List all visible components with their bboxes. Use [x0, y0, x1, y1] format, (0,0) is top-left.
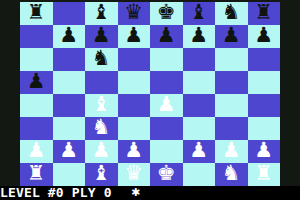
- square-g5[interactable]: [215, 71, 248, 94]
- c64-screen: ♜♝♛♚♝♞♜♟♟♟♟♟♟♟♞♟♝♟♞♟♟♟♟♟♟♟♜♝♛♚♞♜ LEVEL #…: [0, 0, 300, 200]
- status-text: LEVEL #0 PLY 0: [0, 187, 112, 199]
- square-b6[interactable]: [53, 48, 86, 71]
- piece-white-rook: ♜: [254, 163, 273, 185]
- square-h6[interactable]: [248, 48, 281, 71]
- square-f8[interactable]: ♝: [183, 2, 216, 25]
- square-g7[interactable]: ♟: [215, 25, 248, 48]
- square-e4[interactable]: ♟: [150, 94, 183, 117]
- square-f3[interactable]: [183, 117, 216, 140]
- piece-black-knight: ♞: [222, 2, 241, 24]
- square-d2[interactable]: ♟: [118, 140, 151, 163]
- square-e3[interactable]: [150, 117, 183, 140]
- square-b1[interactable]: [53, 163, 86, 186]
- square-c3[interactable]: ♞: [85, 117, 118, 140]
- piece-black-rook: ♜: [27, 2, 46, 24]
- piece-white-queen: ♛: [124, 163, 143, 185]
- square-h1[interactable]: ♜: [248, 163, 281, 186]
- square-c4[interactable]: ♝: [85, 94, 118, 117]
- square-g8[interactable]: ♞: [215, 2, 248, 25]
- piece-white-pawn: ♟: [157, 94, 176, 116]
- square-f7[interactable]: ♟: [183, 25, 216, 48]
- square-f6[interactable]: [183, 48, 216, 71]
- square-b3[interactable]: [53, 117, 86, 140]
- square-b2[interactable]: ♟: [53, 140, 86, 163]
- piece-white-pawn: ♟: [124, 140, 143, 162]
- piece-black-pawn: ♟: [27, 71, 46, 93]
- square-g4[interactable]: [215, 94, 248, 117]
- piece-white-pawn: ♟: [92, 140, 111, 162]
- square-f2[interactable]: ♟: [183, 140, 216, 163]
- square-f1[interactable]: [183, 163, 216, 186]
- square-g6[interactable]: [215, 48, 248, 71]
- piece-white-knight: ♞: [92, 117, 111, 139]
- square-b8[interactable]: [53, 2, 86, 25]
- square-d4[interactable]: [118, 94, 151, 117]
- square-a1[interactable]: ♜: [20, 163, 53, 186]
- piece-black-knight: ♞: [92, 48, 111, 70]
- square-d7[interactable]: ♟: [118, 25, 151, 48]
- square-g1[interactable]: ♞: [215, 163, 248, 186]
- piece-black-pawn: ♟: [59, 25, 78, 47]
- square-d6[interactable]: [118, 48, 151, 71]
- piece-white-king: ♚: [157, 163, 176, 185]
- piece-white-bishop: ♝: [92, 94, 111, 116]
- asterisk-indicator: ✱: [131, 187, 140, 199]
- square-g3[interactable]: [215, 117, 248, 140]
- square-h4[interactable]: [248, 94, 281, 117]
- square-d5[interactable]: [118, 71, 151, 94]
- square-b4[interactable]: [53, 94, 86, 117]
- piece-white-pawn: ♟: [189, 140, 208, 162]
- piece-black-pawn: ♟: [157, 25, 176, 47]
- square-e1[interactable]: ♚: [150, 163, 183, 186]
- square-a3[interactable]: [20, 117, 53, 140]
- square-g2[interactable]: ♟: [215, 140, 248, 163]
- square-h5[interactable]: [248, 71, 281, 94]
- piece-black-bishop: ♝: [189, 2, 208, 24]
- piece-white-bishop: ♝: [92, 163, 111, 185]
- piece-black-pawn: ♟: [222, 25, 241, 47]
- square-a4[interactable]: [20, 94, 53, 117]
- square-e8[interactable]: ♚: [150, 2, 183, 25]
- square-e7[interactable]: ♟: [150, 25, 183, 48]
- square-d1[interactable]: ♛: [118, 163, 151, 186]
- piece-white-pawn: ♟: [222, 140, 241, 162]
- square-f5[interactable]: [183, 71, 216, 94]
- piece-black-pawn: ♟: [189, 25, 208, 47]
- chess-board: ♜♝♛♚♝♞♜♟♟♟♟♟♟♟♞♟♝♟♞♟♟♟♟♟♟♟♜♝♛♚♞♜: [20, 2, 280, 186]
- square-c8[interactable]: ♝: [85, 2, 118, 25]
- piece-black-pawn: ♟: [92, 25, 111, 47]
- piece-white-knight: ♞: [222, 163, 241, 185]
- square-h7[interactable]: ♟: [248, 25, 281, 48]
- square-a6[interactable]: [20, 48, 53, 71]
- square-c2[interactable]: ♟: [85, 140, 118, 163]
- square-d3[interactable]: [118, 117, 151, 140]
- square-e5[interactable]: [150, 71, 183, 94]
- square-c6[interactable]: ♞: [85, 48, 118, 71]
- square-f4[interactable]: [183, 94, 216, 117]
- square-c7[interactable]: ♟: [85, 25, 118, 48]
- piece-white-pawn: ♟: [254, 140, 273, 162]
- square-a2[interactable]: ♟: [20, 140, 53, 163]
- piece-black-pawn: ♟: [254, 25, 273, 47]
- square-a5[interactable]: ♟: [20, 71, 53, 94]
- piece-black-king: ♚: [157, 2, 176, 24]
- square-c5[interactable]: [85, 71, 118, 94]
- square-h3[interactable]: [248, 117, 281, 140]
- square-d8[interactable]: ♛: [118, 2, 151, 25]
- piece-white-pawn: ♟: [59, 140, 78, 162]
- square-h8[interactable]: ♜: [248, 2, 281, 25]
- piece-black-queen: ♛: [124, 2, 143, 24]
- piece-white-pawn: ♟: [27, 140, 46, 162]
- square-e2[interactable]: [150, 140, 183, 163]
- square-b7[interactable]: ♟: [53, 25, 86, 48]
- square-c1[interactable]: ♝: [85, 163, 118, 186]
- piece-white-rook: ♜: [27, 163, 46, 185]
- piece-black-pawn: ♟: [124, 25, 143, 47]
- square-h2[interactable]: ♟: [248, 140, 281, 163]
- status-bar: LEVEL #0 PLY 0 ✱: [0, 186, 300, 200]
- square-a8[interactable]: ♜: [20, 2, 53, 25]
- square-e6[interactable]: [150, 48, 183, 71]
- piece-black-rook: ♜: [254, 2, 273, 24]
- square-a7[interactable]: [20, 25, 53, 48]
- square-b5[interactable]: [53, 71, 86, 94]
- piece-black-bishop: ♝: [92, 2, 111, 24]
